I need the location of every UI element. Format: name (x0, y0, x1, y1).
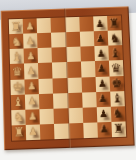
square[interactable]: ♜ (12, 125, 27, 141)
square[interactable]: ♛ (10, 64, 25, 80)
square[interactable] (82, 92, 97, 108)
square[interactable]: ♜ (111, 121, 126, 137)
square[interactable]: ♟ (94, 31, 109, 46)
square[interactable]: ♝ (11, 94, 26, 110)
square[interactable] (66, 47, 81, 63)
white-knight[interactable]: ♞ (11, 35, 22, 47)
white-rook[interactable]: ♜ (10, 20, 21, 32)
square[interactable] (83, 122, 98, 138)
square[interactable]: ♟ (24, 63, 39, 79)
square[interactable]: ♟ (95, 61, 110, 77)
square[interactable] (38, 63, 53, 79)
white-rook[interactable]: ♜ (13, 126, 24, 139)
square[interactable]: ♞ (9, 34, 23, 49)
square[interactable]: ♚ (10, 79, 25, 95)
square[interactable]: ♜ (9, 19, 23, 34)
square[interactable]: ♟ (25, 78, 40, 94)
square[interactable]: ♝ (110, 91, 125, 107)
square[interactable]: ♟ (25, 94, 40, 110)
square[interactable]: ♞ (108, 30, 123, 45)
black-pawn[interactable]: ♟ (99, 109, 108, 119)
black-pawn[interactable]: ♟ (98, 79, 107, 89)
square[interactable] (65, 17, 80, 32)
square[interactable]: ♟ (94, 46, 109, 62)
square[interactable] (39, 93, 54, 109)
square[interactable]: ♟ (25, 109, 40, 125)
black-pawn[interactable]: ♟ (97, 64, 106, 74)
square[interactable] (40, 124, 55, 140)
black-rook[interactable]: ♜ (113, 123, 124, 136)
photo-canvas: ♜♟♟♜♞♟♟♞♝♟♟♝♛♟♟♛♚♟♟♚♝♟♟♝♞♟♟♞♜♟♟♜ (0, 0, 136, 160)
black-bishop[interactable]: ♝ (112, 92, 123, 104)
square[interactable]: ♛ (109, 60, 124, 76)
square[interactable] (80, 46, 95, 62)
white-pawn[interactable]: ♟ (28, 96, 37, 106)
white-pawn[interactable]: ♟ (28, 112, 37, 122)
square[interactable]: ♟ (96, 91, 111, 107)
square[interactable]: ♟ (93, 16, 108, 31)
square[interactable] (39, 78, 54, 94)
square[interactable]: ♞ (11, 109, 26, 125)
square[interactable] (68, 107, 83, 123)
square[interactable]: ♞ (111, 106, 126, 122)
black-pawn[interactable]: ♟ (96, 19, 105, 29)
square[interactable]: ♟ (95, 76, 110, 92)
white-pawn[interactable]: ♟ (26, 51, 35, 61)
black-knight[interactable]: ♞ (109, 32, 120, 44)
white-bishop[interactable]: ♝ (11, 50, 22, 62)
square[interactable]: ♝ (108, 45, 123, 61)
square[interactable]: ♟ (97, 122, 112, 138)
black-pawn[interactable]: ♟ (97, 48, 106, 58)
square[interactable] (79, 16, 94, 31)
square[interactable] (37, 33, 52, 48)
black-king[interactable]: ♚ (111, 77, 122, 89)
white-bishop[interactable]: ♝ (13, 96, 24, 108)
square[interactable] (81, 77, 96, 93)
square[interactable] (79, 31, 94, 46)
chess-board: ♜♟♟♜♞♟♟♞♝♟♟♝♛♟♟♛♚♟♟♚♝♟♟♝♞♟♟♞♜♟♟♜ (1, 6, 135, 150)
square[interactable]: ♟ (23, 18, 37, 33)
square[interactable] (40, 108, 55, 124)
white-knight[interactable]: ♞ (13, 111, 24, 124)
square[interactable] (37, 18, 52, 33)
square[interactable] (38, 48, 53, 64)
square[interactable] (67, 77, 82, 93)
square[interactable]: ♚ (109, 76, 124, 92)
white-pawn[interactable]: ♟ (29, 127, 38, 138)
white-king[interactable]: ♚ (12, 81, 23, 93)
black-pawn[interactable]: ♟ (96, 33, 105, 43)
black-pawn[interactable]: ♟ (99, 94, 108, 104)
black-bishop[interactable]: ♝ (110, 47, 121, 59)
square[interactable] (68, 92, 83, 108)
square[interactable] (82, 107, 97, 123)
white-pawn[interactable]: ♟ (26, 36, 35, 46)
square[interactable] (65, 32, 80, 47)
square[interactable] (66, 62, 81, 78)
black-queen[interactable]: ♛ (111, 62, 122, 74)
square[interactable]: ♝ (10, 49, 25, 65)
black-rook[interactable]: ♜ (109, 17, 120, 29)
black-pawn[interactable]: ♟ (100, 124, 109, 134)
white-pawn[interactable]: ♟ (25, 21, 34, 31)
white-queen[interactable]: ♛ (12, 65, 23, 77)
white-pawn[interactable]: ♟ (27, 66, 36, 76)
square[interactable]: ♟ (26, 124, 41, 140)
square[interactable]: ♟ (96, 106, 111, 122)
square[interactable]: ♟ (23, 33, 38, 48)
square[interactable] (81, 61, 96, 77)
square[interactable]: ♟ (24, 48, 39, 64)
square[interactable] (69, 123, 84, 139)
white-pawn[interactable]: ♟ (27, 81, 36, 91)
square[interactable]: ♜ (107, 15, 122, 30)
black-knight[interactable]: ♞ (112, 108, 123, 121)
